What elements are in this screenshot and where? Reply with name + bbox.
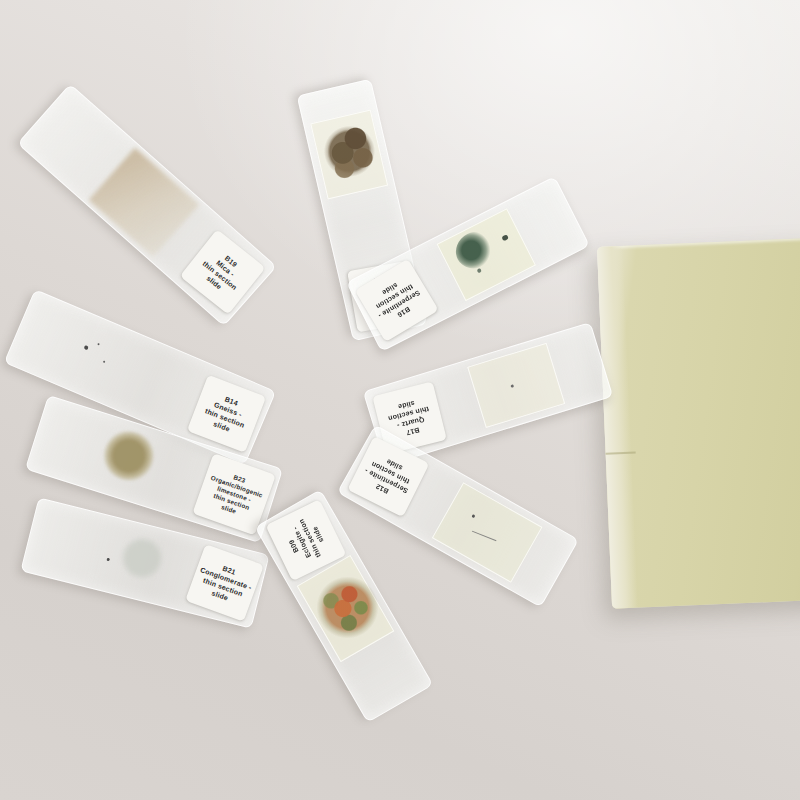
photo-background: B19 Mica - thin section slide B11 Perido… bbox=[0, 0, 800, 800]
slide-b19-mica: B19 Mica - thin section slide bbox=[17, 84, 277, 327]
box-lid-edge bbox=[597, 246, 638, 609]
slide-storage-box bbox=[597, 238, 800, 609]
